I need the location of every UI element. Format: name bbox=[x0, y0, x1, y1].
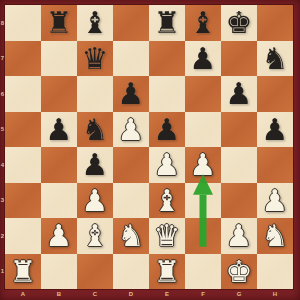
square-b6[interactable] bbox=[41, 76, 77, 112]
square-c5[interactable]: ♞ bbox=[77, 112, 113, 148]
square-e1[interactable]: ♜ bbox=[149, 254, 185, 290]
file-label-d: D bbox=[129, 291, 133, 297]
black-bishop[interactable]: ♝ bbox=[82, 5, 109, 41]
square-c4[interactable]: ♟ bbox=[77, 147, 113, 183]
white-knight[interactable]: ♞ bbox=[118, 218, 145, 254]
chess-board: ♜♝♜♝♚♛♟♞♟♟♟♞♟♟♟♟♟♟♟♝♟♟♝♞♛♟♞♜♜♚ bbox=[5, 5, 293, 289]
square-f5[interactable] bbox=[185, 112, 221, 148]
square-f8[interactable]: ♝ bbox=[185, 5, 221, 41]
rank-label-8: 8 bbox=[1, 20, 4, 26]
black-pawn[interactable]: ♟ bbox=[154, 112, 181, 148]
black-rook[interactable]: ♜ bbox=[154, 5, 181, 41]
black-pawn[interactable]: ♟ bbox=[190, 41, 217, 77]
square-c2[interactable]: ♝ bbox=[77, 218, 113, 254]
black-knight[interactable]: ♞ bbox=[82, 112, 109, 148]
white-rook[interactable]: ♜ bbox=[10, 254, 37, 290]
white-pawn[interactable]: ♟ bbox=[226, 218, 253, 254]
white-bishop[interactable]: ♝ bbox=[82, 218, 109, 254]
square-a7[interactable] bbox=[5, 41, 41, 77]
square-f6[interactable] bbox=[185, 76, 221, 112]
rank-label-7: 7 bbox=[1, 55, 4, 61]
square-e5[interactable]: ♟ bbox=[149, 112, 185, 148]
square-d2[interactable]: ♞ bbox=[113, 218, 149, 254]
square-c3[interactable]: ♟ bbox=[77, 183, 113, 219]
black-pawn[interactable]: ♟ bbox=[82, 147, 109, 183]
square-a1[interactable]: ♜ bbox=[5, 254, 41, 290]
square-a5[interactable] bbox=[5, 112, 41, 148]
square-c7[interactable]: ♛ bbox=[77, 41, 113, 77]
square-d7[interactable] bbox=[113, 41, 149, 77]
white-pawn[interactable]: ♟ bbox=[154, 147, 181, 183]
square-g3[interactable] bbox=[221, 183, 257, 219]
black-pawn[interactable]: ♟ bbox=[46, 112, 73, 148]
square-e4[interactable]: ♟ bbox=[149, 147, 185, 183]
square-h1[interactable] bbox=[257, 254, 293, 290]
square-a2[interactable] bbox=[5, 218, 41, 254]
rank-label-2: 2 bbox=[1, 233, 4, 239]
rank-label-1: 1 bbox=[1, 268, 4, 274]
rank-label-3: 3 bbox=[1, 197, 4, 203]
square-a4[interactable] bbox=[5, 147, 41, 183]
square-b8[interactable]: ♜ bbox=[41, 5, 77, 41]
square-c8[interactable]: ♝ bbox=[77, 5, 113, 41]
black-pawn[interactable]: ♟ bbox=[226, 76, 253, 112]
square-e2[interactable]: ♛ bbox=[149, 218, 185, 254]
square-f3[interactable] bbox=[185, 183, 221, 219]
square-e3[interactable]: ♝ bbox=[149, 183, 185, 219]
white-pawn[interactable]: ♟ bbox=[46, 218, 73, 254]
square-h5[interactable]: ♟ bbox=[257, 112, 293, 148]
file-label-b: B bbox=[57, 291, 61, 297]
file-label-a: A bbox=[21, 291, 25, 297]
square-e8[interactable]: ♜ bbox=[149, 5, 185, 41]
square-g6[interactable]: ♟ bbox=[221, 76, 257, 112]
white-pawn[interactable]: ♟ bbox=[82, 183, 109, 219]
square-a8[interactable] bbox=[5, 5, 41, 41]
file-label-c: C bbox=[93, 291, 97, 297]
square-d1[interactable] bbox=[113, 254, 149, 290]
white-knight[interactable]: ♞ bbox=[262, 218, 289, 254]
square-f1[interactable] bbox=[185, 254, 221, 290]
file-label-f: F bbox=[201, 291, 205, 297]
file-label-h: H bbox=[273, 291, 277, 297]
black-knight[interactable]: ♞ bbox=[262, 41, 289, 77]
square-g1[interactable]: ♚ bbox=[221, 254, 257, 290]
black-pawn[interactable]: ♟ bbox=[118, 76, 145, 112]
white-pawn[interactable]: ♟ bbox=[118, 112, 145, 148]
square-e6[interactable] bbox=[149, 76, 185, 112]
square-h3[interactable]: ♟ bbox=[257, 183, 293, 219]
square-d6[interactable]: ♟ bbox=[113, 76, 149, 112]
file-label-g: G bbox=[237, 291, 242, 297]
square-g4[interactable] bbox=[221, 147, 257, 183]
rank-label-4: 4 bbox=[1, 162, 4, 168]
black-pawn[interactable]: ♟ bbox=[262, 112, 289, 148]
square-h4[interactable] bbox=[257, 147, 293, 183]
white-pawn[interactable]: ♟ bbox=[262, 183, 289, 219]
square-f4[interactable]: ♟ bbox=[185, 147, 221, 183]
black-queen[interactable]: ♛ bbox=[82, 41, 109, 77]
square-c1[interactable] bbox=[77, 254, 113, 290]
chess-diagram: ♜♝♜♝♚♛♟♞♟♟♟♞♟♟♟♟♟♟♟♝♟♟♝♞♛♟♞♜♜♚ 87654321A… bbox=[0, 0, 300, 300]
square-f7[interactable]: ♟ bbox=[185, 41, 221, 77]
square-c6[interactable] bbox=[77, 76, 113, 112]
square-d4[interactable] bbox=[113, 147, 149, 183]
square-g2[interactable]: ♟ bbox=[221, 218, 257, 254]
white-pawn[interactable]: ♟ bbox=[190, 147, 217, 183]
square-b7[interactable] bbox=[41, 41, 77, 77]
square-a6[interactable] bbox=[5, 76, 41, 112]
square-b3[interactable] bbox=[41, 183, 77, 219]
rank-label-5: 5 bbox=[1, 126, 4, 132]
white-king[interactable]: ♚ bbox=[226, 254, 253, 290]
square-b2[interactable]: ♟ bbox=[41, 218, 77, 254]
square-g8[interactable]: ♚ bbox=[221, 5, 257, 41]
square-a3[interactable] bbox=[5, 183, 41, 219]
rank-label-6: 6 bbox=[1, 91, 4, 97]
square-h7[interactable]: ♞ bbox=[257, 41, 293, 77]
black-king[interactable]: ♚ bbox=[226, 5, 253, 41]
square-g5[interactable] bbox=[221, 112, 257, 148]
square-b5[interactable]: ♟ bbox=[41, 112, 77, 148]
white-rook[interactable]: ♜ bbox=[154, 254, 181, 290]
white-bishop[interactable]: ♝ bbox=[154, 183, 181, 219]
black-bishop[interactable]: ♝ bbox=[190, 5, 217, 41]
square-h2[interactable]: ♞ bbox=[257, 218, 293, 254]
square-d8[interactable] bbox=[113, 5, 149, 41]
square-b4[interactable] bbox=[41, 147, 77, 183]
square-f2[interactable] bbox=[185, 218, 221, 254]
white-queen[interactable]: ♛ bbox=[154, 218, 181, 254]
file-label-e: E bbox=[165, 291, 169, 297]
square-h8[interactable] bbox=[257, 5, 293, 41]
square-d3[interactable] bbox=[113, 183, 149, 219]
square-b1[interactable] bbox=[41, 254, 77, 290]
square-h6[interactable] bbox=[257, 76, 293, 112]
square-d5[interactable]: ♟ bbox=[113, 112, 149, 148]
square-e7[interactable] bbox=[149, 41, 185, 77]
square-g7[interactable] bbox=[221, 41, 257, 77]
black-rook[interactable]: ♜ bbox=[46, 5, 73, 41]
